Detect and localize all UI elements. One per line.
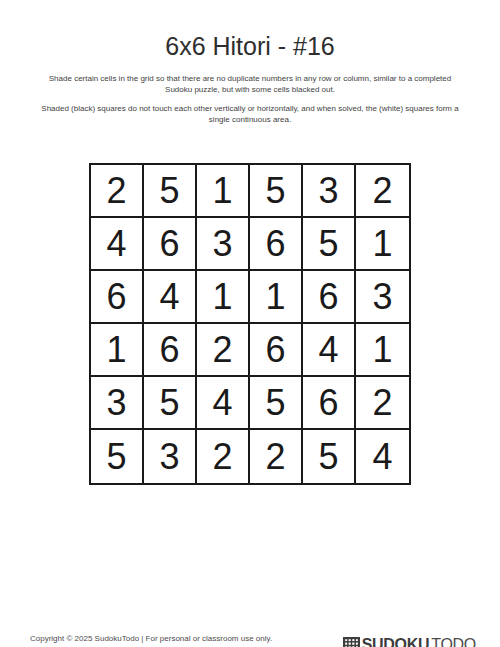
logo-text-todo: TODO — [431, 636, 476, 647]
cell-r2c3: 3 — [197, 218, 250, 271]
cell-r3c4: 1 — [250, 271, 303, 324]
cell-r1c5: 3 — [303, 165, 356, 218]
footer: Copyright © 2025 SudokuTodo | For person… — [30, 633, 476, 647]
cell-r5c1: 3 — [91, 377, 144, 430]
cell-r4c4: 6 — [250, 324, 303, 377]
cell-r1c2: 5 — [144, 165, 197, 218]
logo-text-sudoku: SUDOKU — [362, 636, 430, 647]
grid-icon — [343, 637, 360, 647]
cell-r2c1: 4 — [91, 218, 144, 271]
cell-r1c3: 1 — [197, 165, 250, 218]
cell-r3c5: 6 — [303, 271, 356, 324]
cell-r5c5: 6 — [303, 377, 356, 430]
hitori-grid: 251532463651641163162641354562532254 — [89, 163, 411, 485]
cell-r3c6: 3 — [356, 271, 409, 324]
cell-r4c1: 1 — [91, 324, 144, 377]
cell-r1c4: 5 — [250, 165, 303, 218]
cell-r2c4: 6 — [250, 218, 303, 271]
cell-r5c4: 5 — [250, 377, 303, 430]
cell-r2c6: 1 — [356, 218, 409, 271]
cell-r5c2: 5 — [144, 377, 197, 430]
footer-copyright: Copyright © 2025 SudokuTodo | For person… — [30, 633, 285, 647]
cell-r4c3: 2 — [197, 324, 250, 377]
cell-r2c2: 6 — [144, 218, 197, 271]
sudokutodo-logo: SUDOKUTODO — [343, 636, 476, 647]
cell-r6c2: 3 — [144, 430, 197, 483]
cell-r3c2: 4 — [144, 271, 197, 324]
cell-r5c3: 4 — [197, 377, 250, 430]
cell-r4c2: 6 — [144, 324, 197, 377]
cell-r4c6: 1 — [356, 324, 409, 377]
hitori-puzzle-page: 6x6 Hitori - #16 Shade certain cells in … — [0, 32, 500, 647]
cell-r6c6: 4 — [356, 430, 409, 483]
cell-r5c6: 2 — [356, 377, 409, 430]
cell-r3c3: 1 — [197, 271, 250, 324]
instructions-paragraph-1: Shade certain cells in the grid so that … — [38, 74, 462, 95]
cell-r6c4: 2 — [250, 430, 303, 483]
cell-r4c5: 4 — [303, 324, 356, 377]
cell-r6c3: 2 — [197, 430, 250, 483]
cell-r6c1: 5 — [91, 430, 144, 483]
cell-r6c5: 5 — [303, 430, 356, 483]
cell-r2c5: 5 — [303, 218, 356, 271]
cell-r1c6: 2 — [356, 165, 409, 218]
cell-r3c1: 6 — [91, 271, 144, 324]
cell-r1c1: 2 — [91, 165, 144, 218]
copyright-line: Copyright © 2025 SudokuTodo | For person… — [30, 633, 285, 645]
page-title: 6x6 Hitori - #16 — [0, 32, 500, 61]
instructions-paragraph-2: Shaded (black) squares do not touch each… — [38, 104, 462, 125]
